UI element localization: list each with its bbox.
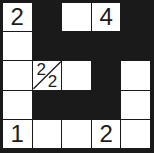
empty-cell-r4c2[interactable] — [62, 120, 91, 148]
tapa-grid: 242212 — [3, 3, 150, 148]
empty-cell-r4c1[interactable] — [33, 120, 62, 148]
clue-value-top-left: 2 — [37, 61, 46, 78]
clue-cell-r4c0: 1 — [3, 120, 32, 148]
empty-cell-r4c4[interactable] — [121, 120, 150, 148]
empty-cell-r2c4[interactable] — [121, 61, 150, 89]
clue-value-bottom-right: 2 — [48, 73, 57, 90]
empty-cell-r1c0[interactable] — [3, 32, 32, 60]
wall-cell-r1c4[interactable] — [121, 32, 150, 60]
empty-cell-r2c2[interactable] — [62, 61, 91, 89]
tapa-board: 242212 — [0, 0, 154, 153]
clue-cell-r4c3: 2 — [92, 120, 121, 148]
wall-cell-r2c3[interactable] — [92, 61, 121, 89]
clue-cell-r0c3: 4 — [92, 3, 121, 31]
wall-cell-r0c4[interactable] — [121, 3, 150, 31]
empty-cell-r3c0[interactable] — [3, 91, 32, 119]
clue-cell-r0c0: 2 — [3, 3, 32, 31]
wall-cell-r3c3[interactable] — [92, 91, 121, 119]
wall-cell-r3c1[interactable] — [33, 91, 62, 119]
empty-cell-r2c0[interactable] — [3, 61, 32, 89]
wall-cell-r3c2[interactable] — [62, 91, 91, 119]
clue-cell-r2c1: 22 — [33, 61, 62, 89]
empty-cell-r3c4[interactable] — [121, 91, 150, 119]
wall-cell-r1c3[interactable] — [92, 32, 121, 60]
wall-cell-r1c2[interactable] — [62, 32, 91, 60]
wall-cell-r1c1[interactable] — [33, 32, 62, 60]
empty-cell-r0c2[interactable] — [62, 3, 91, 31]
wall-cell-r0c1[interactable] — [33, 3, 62, 31]
